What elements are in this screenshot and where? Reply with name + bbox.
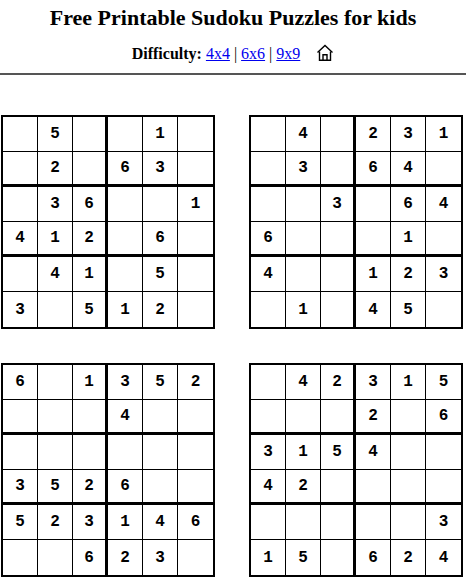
cell-r5c4: 1 [356,257,391,292]
difficulty-bar: Difficulty: 4x4 | 6x6 | 9x9 [0,44,466,63]
difficulty-link-6x6[interactable]: 6x6 [241,45,265,62]
cell-r5c4 [356,505,391,540]
cell-r1c3: 1 [73,365,108,400]
cell-r2c6 [426,152,461,187]
cell-r4c3: 2 [73,222,108,257]
cell-r5c5 [391,505,426,540]
cell-r6c6 [178,292,213,327]
sudoku-grid-top-left: 5126336141264153512 [1,115,215,329]
cell-r1c4: 3 [108,365,143,400]
cell-r2c3 [73,152,108,187]
cell-r4c2 [286,222,321,257]
cell-r6c1: 1 [251,540,286,575]
cell-r6c3 [321,292,356,327]
cell-r2c3 [321,152,356,187]
cell-r5c4 [108,257,143,292]
cell-r5c6: 6 [178,505,213,540]
cell-r2c6 [178,152,213,187]
cell-r2c1 [3,152,38,187]
cell-r6c1 [251,292,286,327]
cell-r3c2: 1 [286,435,321,470]
cell-r2c4: 4 [108,400,143,435]
cell-r5c1: 5 [3,505,38,540]
cell-r1c4 [108,117,143,152]
cell-r6c2 [38,540,73,575]
cell-r4c1: 4 [251,470,286,505]
cell-r2c5 [143,400,178,435]
cell-r6c5: 2 [391,540,426,575]
cell-r5c2: 2 [38,505,73,540]
cell-r2c4: 2 [356,400,391,435]
cell-r2c1 [251,152,286,187]
difficulty-label: Difficulty: [132,45,202,62]
cell-r6c6: 4 [426,540,461,575]
separator: | [269,45,272,62]
cell-r6c4: 6 [356,540,391,575]
cell-r4c4 [356,470,391,505]
cell-r6c2: 5 [286,540,321,575]
cell-r3c1 [251,187,286,222]
cell-r6c4: 1 [108,292,143,327]
cell-r5c1 [3,257,38,292]
cell-r5c1 [251,505,286,540]
cell-r6c1 [3,540,38,575]
cell-r5c5: 5 [143,257,178,292]
cell-r2c1 [3,400,38,435]
cell-r1c1 [251,365,286,400]
cell-r3c1: 3 [251,435,286,470]
cell-r3c2: 3 [38,187,73,222]
cell-r4c4 [108,222,143,257]
cell-r5c5: 4 [143,505,178,540]
cell-r6c1: 3 [3,292,38,327]
cell-r6c2 [38,292,73,327]
cell-r4c2: 5 [38,470,73,505]
cell-r2c1 [251,400,286,435]
cell-r2c5: 3 [143,152,178,187]
puzzles-row-bottom: 6135243526523146623 4231526315442315624 [1,363,466,577]
cell-r4c6 [426,222,461,257]
cell-r6c6 [426,292,461,327]
cell-r3c6: 1 [178,187,213,222]
cell-r1c1: 6 [3,365,38,400]
cell-r5c5: 2 [391,257,426,292]
cell-r5c3: 3 [73,505,108,540]
cell-r1c3: 2 [321,365,356,400]
cell-r1c1 [3,117,38,152]
cell-r1c3 [321,117,356,152]
cell-r6c4: 4 [356,292,391,327]
cell-r1c5: 3 [391,117,426,152]
cell-r2c6 [178,400,213,435]
cell-r2c5 [391,400,426,435]
cell-r3c6: 4 [426,187,461,222]
cell-r3c6 [178,435,213,470]
cell-r4c4 [356,222,391,257]
cell-r3c1 [3,435,38,470]
cell-r1c6: 5 [426,365,461,400]
home-icon [316,44,334,62]
cell-r1c2: 4 [286,117,321,152]
difficulty-link-4x4[interactable]: 4x4 [206,45,230,62]
cell-r4c6 [426,470,461,505]
cell-r6c3: 6 [73,540,108,575]
cell-r3c2 [38,435,73,470]
separator: | [234,45,237,62]
cell-r4c5: 1 [391,222,426,257]
cell-r4c5 [391,470,426,505]
cell-r3c4 [108,435,143,470]
cell-r2c2 [286,400,321,435]
cell-r2c3 [73,400,108,435]
cell-r2c4: 6 [356,152,391,187]
cell-r1c4: 2 [356,117,391,152]
cell-r1c2: 5 [38,117,73,152]
cell-r6c5: 5 [391,292,426,327]
cell-r4c4: 6 [108,470,143,505]
cell-r4c5 [143,470,178,505]
cell-r1c6: 1 [426,117,461,152]
cell-r2c3 [321,400,356,435]
cell-r6c2: 1 [286,292,321,327]
cell-r3c4 [108,187,143,222]
cell-r2c2: 2 [38,152,73,187]
cell-r3c3 [73,435,108,470]
cell-r6c4: 2 [108,540,143,575]
puzzles-row-top: 5126336141264153512 4231364364614123145 [1,115,466,329]
sudoku-grid-bottom-left: 6135243526523146623 [1,363,215,577]
cell-r5c2 [286,257,321,292]
difficulty-link-9x9[interactable]: 9x9 [276,45,300,62]
cell-r4c2: 2 [286,470,321,505]
cell-r1c5: 1 [391,365,426,400]
cell-r4c6 [178,222,213,257]
cell-r4c1: 3 [3,470,38,505]
sudoku-grid-bottom-right: 4231526315442315624 [249,363,463,577]
cell-r5c2: 4 [38,257,73,292]
cell-r2c2: 3 [286,152,321,187]
cell-r3c5 [143,187,178,222]
cell-r3c6 [426,435,461,470]
cell-r4c2: 1 [38,222,73,257]
cell-r3c4 [356,187,391,222]
cell-r5c2 [286,505,321,540]
cell-r5c3 [321,257,356,292]
cell-r1c2 [38,365,73,400]
cell-r4c6 [178,470,213,505]
cell-r1c5: 1 [143,117,178,152]
cell-r2c4: 6 [108,152,143,187]
cell-r1c1 [251,117,286,152]
cell-r3c5: 6 [391,187,426,222]
cell-r1c3 [73,117,108,152]
cell-r4c3 [321,470,356,505]
cell-r6c3 [321,540,356,575]
cell-r5c1: 4 [251,257,286,292]
cell-r3c3: 5 [321,435,356,470]
cell-r3c3: 3 [321,187,356,222]
cell-r1c5: 5 [143,365,178,400]
cell-r4c3: 2 [73,470,108,505]
cell-r5c3: 1 [73,257,108,292]
cell-r3c1 [3,187,38,222]
cell-r1c6: 2 [178,365,213,400]
home-link[interactable] [316,44,334,63]
cell-r1c2: 4 [286,365,321,400]
cell-r6c6 [178,540,213,575]
cell-r4c3 [321,222,356,257]
cell-r4c1: 6 [251,222,286,257]
cell-r1c4: 3 [356,365,391,400]
cell-r3c2 [286,187,321,222]
header-divider [0,73,466,75]
cell-r3c4: 4 [356,435,391,470]
cell-r1c6 [178,117,213,152]
cell-r6c5: 2 [143,292,178,327]
cell-r3c3: 6 [73,187,108,222]
cell-r5c6: 3 [426,505,461,540]
cell-r4c1: 4 [3,222,38,257]
cell-r5c6 [178,257,213,292]
cell-r4c5: 6 [143,222,178,257]
cell-r6c5: 3 [143,540,178,575]
sudoku-grid-top-right: 4231364364614123145 [249,115,463,329]
cell-r2c5: 4 [391,152,426,187]
cell-r5c6: 3 [426,257,461,292]
cell-r5c4: 1 [108,505,143,540]
page-title: Free Printable Sudoku Puzzles for kids [0,5,466,31]
cell-r2c2 [38,400,73,435]
cell-r3c5 [143,435,178,470]
cell-r3c5 [391,435,426,470]
cell-r5c3 [321,505,356,540]
cell-r2c6: 6 [426,400,461,435]
cell-r6c3: 5 [73,292,108,327]
